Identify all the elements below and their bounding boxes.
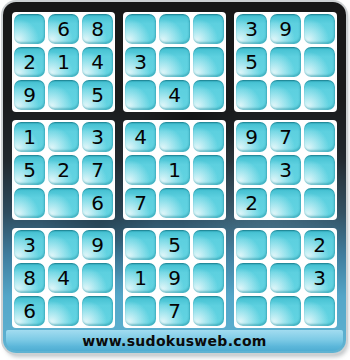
- cell-r6c7[interactable]: 2: [236, 188, 267, 218]
- sudoku-board: 682149534395135276417973239846519723: [12, 12, 337, 328]
- cell-r9c9[interactable]: [304, 296, 335, 326]
- cell-r9c8[interactable]: [270, 296, 301, 326]
- cell-r9c6[interactable]: [193, 296, 224, 326]
- cell-r4c7[interactable]: 9: [236, 122, 267, 152]
- cell-r1c3[interactable]: 8: [82, 14, 113, 44]
- box-1-1: 6821495: [12, 12, 115, 112]
- cell-r6c6[interactable]: [193, 188, 224, 218]
- cell-r9c4[interactable]: [125, 296, 156, 326]
- cell-r3c6[interactable]: [193, 80, 224, 110]
- cell-r4c2[interactable]: [48, 122, 79, 152]
- box-2-2: 417: [123, 120, 226, 220]
- cell-r5c5[interactable]: 1: [159, 155, 190, 185]
- cell-r8c5[interactable]: 9: [159, 263, 190, 293]
- box-3-1: 39846: [12, 228, 115, 328]
- cell-r1c5[interactable]: [159, 14, 190, 44]
- cell-r5c4[interactable]: [125, 155, 156, 185]
- cell-r5c2[interactable]: 2: [48, 155, 79, 185]
- sudoku-widget: 682149534395135276417973239846519723 www…: [0, 0, 350, 360]
- cell-r3c3[interactable]: 5: [82, 80, 113, 110]
- cell-r2c5[interactable]: [159, 47, 190, 77]
- cell-r2c8[interactable]: [270, 47, 301, 77]
- cell-r2c4[interactable]: 3: [125, 47, 156, 77]
- cell-r9c3[interactable]: [82, 296, 113, 326]
- cell-r1c9[interactable]: [304, 14, 335, 44]
- cell-r9c7[interactable]: [236, 296, 267, 326]
- cell-r8c9[interactable]: 3: [304, 263, 335, 293]
- cell-r9c5[interactable]: 7: [159, 296, 190, 326]
- cell-r2c9[interactable]: [304, 47, 335, 77]
- cell-r8c7[interactable]: [236, 263, 267, 293]
- cell-r5c6[interactable]: [193, 155, 224, 185]
- cell-r5c3[interactable]: 7: [82, 155, 113, 185]
- cell-r6c5[interactable]: [159, 188, 190, 218]
- cell-r4c6[interactable]: [193, 122, 224, 152]
- cell-r8c8[interactable]: [270, 263, 301, 293]
- cell-r4c4[interactable]: 4: [125, 122, 156, 152]
- cell-r5c1[interactable]: 5: [14, 155, 45, 185]
- cell-r7c1[interactable]: 3: [14, 230, 45, 260]
- cell-r6c1[interactable]: [14, 188, 45, 218]
- cell-r6c9[interactable]: [304, 188, 335, 218]
- cell-r7c5[interactable]: 5: [159, 230, 190, 260]
- website-link[interactable]: www.sudokusweb.com: [82, 333, 266, 349]
- cell-r5c7[interactable]: [236, 155, 267, 185]
- cell-r3c2[interactable]: [48, 80, 79, 110]
- cell-r9c2[interactable]: [48, 296, 79, 326]
- cell-r7c9[interactable]: 2: [304, 230, 335, 260]
- footer-bar: www.sudokusweb.com: [6, 330, 343, 351]
- cell-r5c9[interactable]: [304, 155, 335, 185]
- cell-r4c1[interactable]: 1: [14, 122, 45, 152]
- cell-r1c6[interactable]: [193, 14, 224, 44]
- cell-r8c3[interactable]: [82, 263, 113, 293]
- cell-r5c8[interactable]: 3: [270, 155, 301, 185]
- cell-r1c1[interactable]: [14, 14, 45, 44]
- cell-r7c6[interactable]: [193, 230, 224, 260]
- box-1-3: 395: [234, 12, 337, 112]
- cell-r1c8[interactable]: 9: [270, 14, 301, 44]
- cell-r3c5[interactable]: 4: [159, 80, 190, 110]
- cell-r2c7[interactable]: 5: [236, 47, 267, 77]
- cell-r3c1[interactable]: 9: [14, 80, 45, 110]
- box-2-3: 9732: [234, 120, 337, 220]
- cell-r1c2[interactable]: 6: [48, 14, 79, 44]
- cell-r7c8[interactable]: [270, 230, 301, 260]
- cell-r4c9[interactable]: [304, 122, 335, 152]
- cell-r3c8[interactable]: [270, 80, 301, 110]
- cell-r6c2[interactable]: [48, 188, 79, 218]
- cell-r2c1[interactable]: 2: [14, 47, 45, 77]
- box-3-3: 23: [234, 228, 337, 328]
- cell-r4c8[interactable]: 7: [270, 122, 301, 152]
- box-1-2: 34: [123, 12, 226, 112]
- cell-r3c9[interactable]: [304, 80, 335, 110]
- cell-r7c2[interactable]: [48, 230, 79, 260]
- cell-r6c3[interactable]: 6: [82, 188, 113, 218]
- cell-r6c8[interactable]: [270, 188, 301, 218]
- cell-r7c7[interactable]: [236, 230, 267, 260]
- box-2-1: 135276: [12, 120, 115, 220]
- cell-r8c1[interactable]: 8: [14, 263, 45, 293]
- cell-r7c3[interactable]: 9: [82, 230, 113, 260]
- cell-r8c2[interactable]: 4: [48, 263, 79, 293]
- cell-r3c4[interactable]: [125, 80, 156, 110]
- cell-r7c4[interactable]: [125, 230, 156, 260]
- board-frame: 682149534395135276417973239846519723 www…: [3, 2, 346, 353]
- cell-r3c7[interactable]: [236, 80, 267, 110]
- cell-r2c2[interactable]: 1: [48, 47, 79, 77]
- cell-r2c3[interactable]: 4: [82, 47, 113, 77]
- cell-r8c6[interactable]: [193, 263, 224, 293]
- cell-r6c4[interactable]: 7: [125, 188, 156, 218]
- cell-r4c3[interactable]: 3: [82, 122, 113, 152]
- cell-r4c5[interactable]: [159, 122, 190, 152]
- cell-r8c4[interactable]: 1: [125, 263, 156, 293]
- cell-r2c6[interactable]: [193, 47, 224, 77]
- box-3-2: 5197: [123, 228, 226, 328]
- cell-r1c7[interactable]: 3: [236, 14, 267, 44]
- cell-r9c1[interactable]: 6: [14, 296, 45, 326]
- cell-r1c4[interactable]: [125, 14, 156, 44]
